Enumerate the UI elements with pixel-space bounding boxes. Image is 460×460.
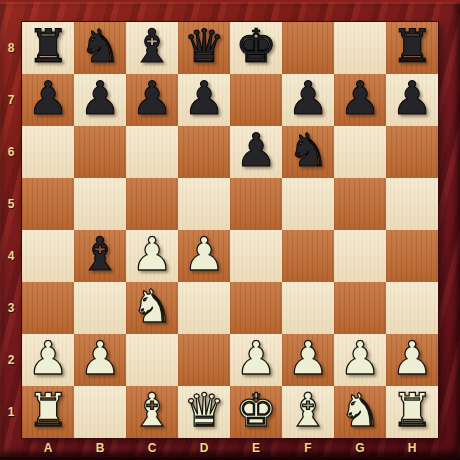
square-a5[interactable] <box>22 178 74 230</box>
square-f1[interactable]: ♝ <box>282 386 334 438</box>
rank-label-4: 4 <box>0 230 22 282</box>
square-c6[interactable] <box>126 126 178 178</box>
piece-black-bishop-b4[interactable]: ♝ <box>79 231 120 277</box>
piece-black-king-e8[interactable]: ♚ <box>235 23 276 69</box>
square-f3[interactable] <box>282 282 334 334</box>
square-f5[interactable] <box>282 178 334 230</box>
chess-board: ♜♞♝♛♚♜♟♟♟♟♟♟♟♟♞♝♟♟♞♟♟♟♟♟♟♜♝♛♚♝♞♜ <box>22 22 438 438</box>
piece-white-pawn-c4[interactable]: ♟ <box>131 231 172 277</box>
rank-labels: 87654321 <box>0 22 22 438</box>
square-e8[interactable]: ♚ <box>230 22 282 74</box>
square-f6[interactable]: ♞ <box>282 126 334 178</box>
square-e3[interactable] <box>230 282 282 334</box>
piece-white-king-e1[interactable]: ♚ <box>235 387 276 433</box>
piece-black-pawn-b7[interactable]: ♟ <box>79 75 120 121</box>
square-b1[interactable] <box>74 386 126 438</box>
square-g8[interactable] <box>334 22 386 74</box>
square-h3[interactable] <box>386 282 438 334</box>
rank-label-7: 7 <box>0 74 22 126</box>
square-c7[interactable]: ♟ <box>126 74 178 126</box>
piece-white-pawn-g2[interactable]: ♟ <box>339 335 380 381</box>
piece-white-bishop-f1[interactable]: ♝ <box>287 387 328 433</box>
piece-white-pawn-e2[interactable]: ♟ <box>235 335 276 381</box>
square-h2[interactable]: ♟ <box>386 334 438 386</box>
piece-black-pawn-a7[interactable]: ♟ <box>27 75 68 121</box>
square-h6[interactable] <box>386 126 438 178</box>
piece-black-pawn-h7[interactable]: ♟ <box>391 75 432 121</box>
square-h5[interactable] <box>386 178 438 230</box>
piece-black-knight-b8[interactable]: ♞ <box>79 23 120 69</box>
square-e2[interactable]: ♟ <box>230 334 282 386</box>
piece-black-bishop-c8[interactable]: ♝ <box>131 23 172 69</box>
file-label-g: G <box>334 438 386 458</box>
square-f8[interactable] <box>282 22 334 74</box>
square-b7[interactable]: ♟ <box>74 74 126 126</box>
square-b4[interactable]: ♝ <box>74 230 126 282</box>
square-f7[interactable]: ♟ <box>282 74 334 126</box>
square-e5[interactable] <box>230 178 282 230</box>
file-label-f: F <box>282 438 334 458</box>
square-d6[interactable] <box>178 126 230 178</box>
square-c4[interactable]: ♟ <box>126 230 178 282</box>
square-g3[interactable] <box>334 282 386 334</box>
piece-white-pawn-b2[interactable]: ♟ <box>79 335 120 381</box>
rank-label-5: 5 <box>0 178 22 230</box>
piece-black-rook-h8[interactable]: ♜ <box>391 23 432 69</box>
square-g2[interactable]: ♟ <box>334 334 386 386</box>
file-label-h: H <box>386 438 438 458</box>
square-a4[interactable] <box>22 230 74 282</box>
square-e7[interactable] <box>230 74 282 126</box>
piece-black-rook-a8[interactable]: ♜ <box>27 23 68 69</box>
rank-label-6: 6 <box>0 126 22 178</box>
square-b2[interactable]: ♟ <box>74 334 126 386</box>
square-d3[interactable] <box>178 282 230 334</box>
rank-label-3: 3 <box>0 282 22 334</box>
square-g5[interactable] <box>334 178 386 230</box>
square-d4[interactable]: ♟ <box>178 230 230 282</box>
piece-white-knight-g1[interactable]: ♞ <box>339 387 380 433</box>
piece-white-pawn-f2[interactable]: ♟ <box>287 335 328 381</box>
square-d1[interactable]: ♛ <box>178 386 230 438</box>
square-g1[interactable]: ♞ <box>334 386 386 438</box>
piece-white-rook-a1[interactable]: ♜ <box>27 387 68 433</box>
board-frame: 87654321 ♜♞♝♛♚♜♟♟♟♟♟♟♟♟♞♝♟♟♞♟♟♟♟♟♟♜♝♛♚♝♞… <box>0 0 460 460</box>
square-g7[interactable]: ♟ <box>334 74 386 126</box>
square-g4[interactable] <box>334 230 386 282</box>
square-g6[interactable] <box>334 126 386 178</box>
square-h1[interactable]: ♜ <box>386 386 438 438</box>
square-f4[interactable] <box>282 230 334 282</box>
square-a6[interactable] <box>22 126 74 178</box>
file-label-c: C <box>126 438 178 458</box>
square-h8[interactable]: ♜ <box>386 22 438 74</box>
square-e6[interactable]: ♟ <box>230 126 282 178</box>
square-d7[interactable]: ♟ <box>178 74 230 126</box>
square-a8[interactable]: ♜ <box>22 22 74 74</box>
piece-black-knight-f6[interactable]: ♞ <box>287 127 328 173</box>
square-c5[interactable] <box>126 178 178 230</box>
square-b6[interactable] <box>74 126 126 178</box>
piece-white-bishop-c1[interactable]: ♝ <box>131 387 172 433</box>
square-b8[interactable]: ♞ <box>74 22 126 74</box>
file-label-d: D <box>178 438 230 458</box>
square-c1[interactable]: ♝ <box>126 386 178 438</box>
piece-white-pawn-a2[interactable]: ♟ <box>27 335 68 381</box>
square-d5[interactable] <box>178 178 230 230</box>
square-a1[interactable]: ♜ <box>22 386 74 438</box>
piece-white-rook-h1[interactable]: ♜ <box>391 387 432 433</box>
square-a7[interactable]: ♟ <box>22 74 74 126</box>
rank-label-1: 1 <box>0 386 22 438</box>
square-f2[interactable]: ♟ <box>282 334 334 386</box>
square-d8[interactable]: ♛ <box>178 22 230 74</box>
piece-black-pawn-c7[interactable]: ♟ <box>131 75 172 121</box>
file-label-e: E <box>230 438 282 458</box>
piece-black-pawn-d7[interactable]: ♟ <box>183 75 224 121</box>
piece-black-pawn-e6[interactable]: ♟ <box>235 127 276 173</box>
square-c8[interactable]: ♝ <box>126 22 178 74</box>
square-c2[interactable] <box>126 334 178 386</box>
piece-black-queen-d8[interactable]: ♛ <box>183 23 224 69</box>
square-b5[interactable] <box>74 178 126 230</box>
rank-label-2: 2 <box>0 334 22 386</box>
piece-white-queen-d1[interactable]: ♛ <box>183 387 224 433</box>
piece-black-pawn-g7[interactable]: ♟ <box>339 75 380 121</box>
square-h7[interactable]: ♟ <box>386 74 438 126</box>
square-b3[interactable] <box>74 282 126 334</box>
file-label-a: A <box>22 438 74 458</box>
square-e4[interactable] <box>230 230 282 282</box>
file-labels: ABCDEFGH <box>22 438 438 458</box>
square-a3[interactable] <box>22 282 74 334</box>
rank-label-8: 8 <box>0 22 22 74</box>
piece-white-pawn-d4[interactable]: ♟ <box>183 231 224 277</box>
piece-white-pawn-h2[interactable]: ♟ <box>391 335 432 381</box>
square-e1[interactable]: ♚ <box>230 386 282 438</box>
piece-black-pawn-f7[interactable]: ♟ <box>287 75 328 121</box>
square-d2[interactable] <box>178 334 230 386</box>
square-a2[interactable]: ♟ <box>22 334 74 386</box>
square-c3[interactable]: ♞ <box>126 282 178 334</box>
piece-white-knight-c3[interactable]: ♞ <box>131 283 172 329</box>
square-h4[interactable] <box>386 230 438 282</box>
file-label-b: B <box>74 438 126 458</box>
